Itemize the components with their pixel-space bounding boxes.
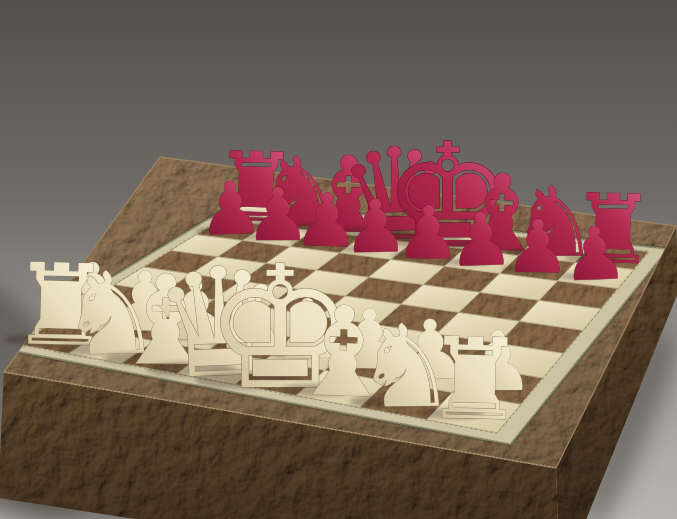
piece-glyph-ivory-rook: ♜ (423, 313, 527, 445)
photo-stage: ♜♞♝♛♚♝♞♜♟♟♟♟♟♟♟♟♟♟♟♟♟♟♟♟♜♞♝♛♚♝♞♜ (0, 0, 677, 519)
piece-glyph-red-pawn: ♟ (561, 210, 629, 297)
chess-set-photo: ♜♞♝♛♚♝♞♜♟♟♟♟♟♟♟♟♟♟♟♟♟♟♟♟♜♞♝♛♚♝♞♜ (0, 0, 677, 519)
piece-ivory-rook-h1: ♜ (418, 313, 527, 445)
piece-red-pawn-h7: ♟ (559, 210, 629, 297)
